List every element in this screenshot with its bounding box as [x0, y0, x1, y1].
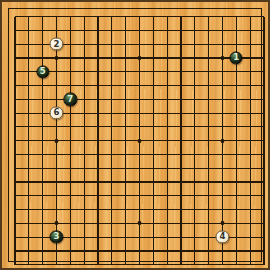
board-intersection[interactable]	[91, 230, 105, 244]
board-intersection[interactable]	[63, 148, 77, 162]
board-intersection[interactable]	[229, 10, 243, 24]
board-intersection[interactable]	[243, 134, 257, 148]
board-intersection[interactable]	[63, 37, 77, 51]
board-intersection[interactable]: 2	[50, 37, 64, 51]
board-intersection[interactable]	[77, 92, 91, 106]
board-intersection[interactable]	[36, 216, 50, 230]
board-intersection[interactable]	[8, 148, 22, 162]
board-intersection[interactable]	[229, 148, 243, 162]
board-intersection[interactable]	[174, 106, 188, 120]
board-intersection[interactable]	[229, 79, 243, 93]
board-intersection[interactable]	[160, 120, 174, 134]
board-intersection[interactable]	[50, 120, 64, 134]
board-intersection[interactable]	[133, 65, 147, 79]
board-intersection[interactable]	[77, 134, 91, 148]
board-intersection[interactable]	[77, 37, 91, 51]
board-intersection[interactable]	[22, 24, 36, 38]
board-intersection[interactable]	[146, 244, 160, 258]
board-intersection[interactable]	[160, 92, 174, 106]
board-intersection[interactable]	[174, 148, 188, 162]
board-intersection[interactable]	[36, 79, 50, 93]
board-intersection[interactable]	[188, 134, 202, 148]
board-intersection[interactable]	[8, 203, 22, 217]
board-intersection[interactable]	[160, 230, 174, 244]
board-intersection[interactable]	[50, 148, 64, 162]
board-intersection[interactable]	[229, 161, 243, 175]
board-intersection[interactable]	[174, 230, 188, 244]
board-intersection[interactable]	[119, 148, 133, 162]
board-intersection[interactable]	[160, 216, 174, 230]
board-intersection[interactable]	[257, 230, 270, 244]
board-intersection[interactable]	[202, 37, 216, 51]
board-intersection[interactable]	[119, 24, 133, 38]
board-intersection[interactable]	[146, 120, 160, 134]
board-intersection[interactable]	[243, 65, 257, 79]
board-intersection[interactable]	[36, 92, 50, 106]
board-intersection[interactable]	[257, 189, 270, 203]
board-intersection[interactable]	[202, 79, 216, 93]
board-intersection[interactable]	[22, 106, 36, 120]
board-intersection[interactable]	[174, 175, 188, 189]
board-intersection[interactable]	[257, 106, 270, 120]
board-intersection[interactable]	[105, 134, 119, 148]
board-intersection[interactable]	[105, 258, 119, 270]
board-intersection[interactable]	[50, 92, 64, 106]
star-point[interactable]	[50, 134, 64, 148]
board-intersection[interactable]	[77, 189, 91, 203]
board-intersection[interactable]	[50, 65, 64, 79]
board-intersection[interactable]	[188, 120, 202, 134]
board-intersection[interactable]	[202, 10, 216, 24]
board-intersection[interactable]	[63, 216, 77, 230]
board-intersection[interactable]	[133, 258, 147, 270]
board-intersection[interactable]	[119, 203, 133, 217]
board-intersection[interactable]	[63, 65, 77, 79]
board-intersection[interactable]	[146, 175, 160, 189]
board-intersection[interactable]	[174, 161, 188, 175]
board-intersection[interactable]	[133, 244, 147, 258]
board-intersection[interactable]	[63, 161, 77, 175]
star-point[interactable]	[216, 216, 230, 230]
board-intersection[interactable]	[50, 10, 64, 24]
board-intersection[interactable]	[160, 148, 174, 162]
board-intersection[interactable]	[174, 203, 188, 217]
board-intersection[interactable]	[63, 134, 77, 148]
board-intersection[interactable]	[91, 51, 105, 65]
board-intersection[interactable]	[229, 120, 243, 134]
board-intersection[interactable]	[77, 216, 91, 230]
board-intersection[interactable]	[243, 79, 257, 93]
board-intersection[interactable]	[188, 203, 202, 217]
board-intersection[interactable]	[36, 120, 50, 134]
board-intersection[interactable]	[257, 244, 270, 258]
board-intersection[interactable]	[77, 65, 91, 79]
board-intersection[interactable]	[202, 216, 216, 230]
board-intersection[interactable]	[188, 24, 202, 38]
board-intersection[interactable]	[133, 230, 147, 244]
board-intersection[interactable]: 1	[229, 51, 243, 65]
board-intersection[interactable]	[77, 120, 91, 134]
board-intersection[interactable]	[105, 148, 119, 162]
board-intersection[interactable]	[188, 230, 202, 244]
star-point[interactable]	[216, 51, 230, 65]
board-intersection[interactable]	[50, 258, 64, 270]
board-intersection[interactable]	[133, 24, 147, 38]
board-intersection[interactable]	[77, 203, 91, 217]
board-intersection[interactable]	[174, 65, 188, 79]
board-intersection[interactable]	[257, 134, 270, 148]
board-intersection[interactable]	[188, 189, 202, 203]
board-intersection[interactable]	[77, 10, 91, 24]
board-intersection[interactable]	[257, 148, 270, 162]
board-intersection[interactable]	[22, 51, 36, 65]
board-intersection[interactable]	[174, 189, 188, 203]
board-intersection[interactable]	[146, 216, 160, 230]
board-intersection[interactable]	[8, 161, 22, 175]
board-intersection[interactable]	[188, 148, 202, 162]
board-intersection[interactable]	[257, 175, 270, 189]
board-intersection[interactable]	[22, 244, 36, 258]
board-intersection[interactable]	[146, 24, 160, 38]
board-intersection[interactable]	[105, 106, 119, 120]
board-intersection[interactable]	[8, 51, 22, 65]
board-intersection[interactable]	[105, 161, 119, 175]
board-intersection[interactable]	[77, 175, 91, 189]
board-intersection[interactable]	[202, 120, 216, 134]
board-intersection[interactable]	[146, 189, 160, 203]
board-intersection[interactable]	[146, 134, 160, 148]
board-intersection[interactable]	[216, 203, 230, 217]
board-intersection[interactable]	[202, 258, 216, 270]
board-intersection[interactable]	[243, 120, 257, 134]
board-intersection[interactable]	[202, 203, 216, 217]
board-intersection[interactable]	[22, 79, 36, 93]
board-intersection[interactable]	[8, 244, 22, 258]
board-intersection[interactable]	[243, 148, 257, 162]
board-intersection[interactable]	[146, 92, 160, 106]
board-intersection[interactable]	[146, 258, 160, 270]
board-intersection[interactable]	[188, 258, 202, 270]
board-intersection[interactable]	[105, 216, 119, 230]
board-intersection[interactable]	[8, 175, 22, 189]
board-intersection[interactable]	[160, 65, 174, 79]
board-intersection[interactable]	[119, 65, 133, 79]
board-intersection[interactable]	[257, 10, 270, 24]
board-intersection[interactable]	[105, 92, 119, 106]
board-intersection[interactable]	[91, 244, 105, 258]
board-intersection[interactable]	[243, 258, 257, 270]
board-intersection[interactable]	[63, 244, 77, 258]
board-intersection[interactable]	[8, 92, 22, 106]
board-intersection[interactable]	[160, 51, 174, 65]
board-intersection[interactable]	[77, 244, 91, 258]
board-intersection[interactable]	[174, 24, 188, 38]
board-intersection[interactable]	[119, 79, 133, 93]
board-intersection[interactable]	[36, 244, 50, 258]
board-intersection[interactable]	[257, 216, 270, 230]
board-intersection[interactable]	[146, 37, 160, 51]
board-intersection[interactable]	[146, 148, 160, 162]
board-intersection[interactable]	[133, 10, 147, 24]
board-intersection[interactable]	[91, 37, 105, 51]
board-intersection[interactable]	[36, 230, 50, 244]
board-intersection[interactable]	[50, 203, 64, 217]
board-intersection[interactable]	[243, 24, 257, 38]
board-intersection[interactable]	[160, 106, 174, 120]
board-intersection[interactable]	[216, 79, 230, 93]
board-intersection[interactable]	[216, 37, 230, 51]
board-intersection[interactable]: 4	[216, 230, 230, 244]
board-intersection[interactable]	[133, 203, 147, 217]
board-intersection[interactable]	[229, 37, 243, 51]
board-intersection[interactable]: 7	[63, 92, 77, 106]
board-intersection[interactable]	[174, 37, 188, 51]
board-intersection[interactable]	[91, 161, 105, 175]
board-intersection[interactable]	[91, 134, 105, 148]
board-intersection[interactable]	[188, 92, 202, 106]
board-intersection[interactable]	[160, 258, 174, 270]
board-intersection[interactable]	[202, 189, 216, 203]
board-intersection[interactable]: 6	[50, 106, 64, 120]
board-intersection[interactable]	[63, 10, 77, 24]
board-intersection[interactable]	[77, 161, 91, 175]
board-intersection[interactable]	[174, 134, 188, 148]
board-intersection[interactable]	[77, 230, 91, 244]
board-intersection[interactable]	[50, 79, 64, 93]
board-intersection[interactable]	[257, 120, 270, 134]
board-intersection[interactable]	[105, 244, 119, 258]
board-intersection[interactable]	[63, 79, 77, 93]
board-intersection[interactable]	[36, 10, 50, 24]
board-intersection[interactable]	[77, 106, 91, 120]
board-intersection[interactable]	[22, 148, 36, 162]
board-intersection[interactable]	[146, 10, 160, 24]
board-intersection[interactable]	[77, 24, 91, 38]
board-intersection[interactable]	[257, 24, 270, 38]
board-intersection[interactable]	[174, 258, 188, 270]
board-intersection[interactable]	[8, 10, 22, 24]
board-intersection[interactable]	[188, 161, 202, 175]
board-intersection[interactable]	[119, 244, 133, 258]
board-intersection[interactable]	[22, 175, 36, 189]
board-intersection[interactable]	[133, 120, 147, 134]
board-intersection[interactable]	[63, 51, 77, 65]
board-intersection[interactable]	[243, 51, 257, 65]
board-intersection[interactable]	[257, 161, 270, 175]
board-intersection[interactable]	[133, 148, 147, 162]
board-intersection[interactable]	[133, 161, 147, 175]
board-intersection[interactable]	[229, 189, 243, 203]
board-intersection[interactable]	[229, 230, 243, 244]
board-intersection[interactable]	[160, 244, 174, 258]
board-intersection[interactable]	[174, 51, 188, 65]
board-intersection[interactable]	[216, 92, 230, 106]
board-intersection[interactable]	[22, 37, 36, 51]
board-intersection[interactable]	[63, 175, 77, 189]
board-intersection[interactable]	[257, 37, 270, 51]
board-intersection[interactable]	[119, 10, 133, 24]
board-intersection[interactable]	[8, 65, 22, 79]
board-intersection[interactable]	[91, 148, 105, 162]
board-intersection[interactable]	[160, 203, 174, 217]
board-intersection[interactable]	[202, 134, 216, 148]
board-intersection[interactable]	[77, 79, 91, 93]
board-intersection[interactable]	[188, 175, 202, 189]
board-intersection[interactable]	[257, 51, 270, 65]
board-intersection[interactable]	[50, 189, 64, 203]
board-intersection[interactable]	[216, 244, 230, 258]
board-intersection[interactable]	[146, 203, 160, 217]
board-intersection[interactable]	[105, 175, 119, 189]
board-intersection[interactable]	[105, 51, 119, 65]
board-intersection[interactable]	[8, 216, 22, 230]
board-intersection[interactable]	[133, 106, 147, 120]
board-intersection[interactable]	[8, 24, 22, 38]
board-intersection[interactable]	[216, 10, 230, 24]
board-intersection[interactable]	[22, 216, 36, 230]
board-intersection[interactable]	[22, 134, 36, 148]
board-intersection[interactable]	[77, 51, 91, 65]
board-intersection[interactable]	[63, 106, 77, 120]
board-intersection[interactable]	[119, 37, 133, 51]
board-intersection[interactable]	[174, 120, 188, 134]
board-intersection[interactable]	[8, 189, 22, 203]
board-intersection[interactable]	[8, 258, 22, 270]
board-intersection[interactable]	[36, 203, 50, 217]
star-point[interactable]	[133, 134, 147, 148]
board-intersection[interactable]	[229, 244, 243, 258]
board-intersection[interactable]	[119, 175, 133, 189]
board-intersection[interactable]	[91, 92, 105, 106]
board-intersection[interactable]	[105, 120, 119, 134]
board-intersection[interactable]	[146, 51, 160, 65]
board-intersection[interactable]	[91, 79, 105, 93]
board-intersection[interactable]	[119, 92, 133, 106]
board-intersection[interactable]	[63, 258, 77, 270]
board-intersection[interactable]	[202, 148, 216, 162]
board-intersection[interactable]	[8, 79, 22, 93]
board-intersection[interactable]	[105, 10, 119, 24]
board-intersection[interactable]	[146, 230, 160, 244]
board-intersection[interactable]	[36, 161, 50, 175]
board-intersection[interactable]	[243, 10, 257, 24]
board-intersection[interactable]	[174, 92, 188, 106]
board-intersection[interactable]	[133, 175, 147, 189]
board-intersection[interactable]	[216, 161, 230, 175]
board-intersection[interactable]	[229, 258, 243, 270]
board-intersection[interactable]	[160, 10, 174, 24]
board-intersection[interactable]	[8, 230, 22, 244]
board-intersection[interactable]	[202, 161, 216, 175]
board-intersection[interactable]	[91, 203, 105, 217]
board-intersection[interactable]	[174, 79, 188, 93]
board-intersection[interactable]	[36, 258, 50, 270]
board-intersection[interactable]	[119, 106, 133, 120]
board-intersection[interactable]	[22, 10, 36, 24]
board-intersection[interactable]	[63, 230, 77, 244]
board-intersection[interactable]	[105, 79, 119, 93]
board-intersection[interactable]	[188, 37, 202, 51]
board-intersection[interactable]	[243, 106, 257, 120]
board-intersection[interactable]	[63, 203, 77, 217]
board-intersection[interactable]	[50, 244, 64, 258]
board-intersection[interactable]	[36, 51, 50, 65]
board-intersection[interactable]	[50, 24, 64, 38]
board-intersection[interactable]	[91, 216, 105, 230]
board-intersection[interactable]	[36, 134, 50, 148]
board-intersection[interactable]	[119, 51, 133, 65]
board-intersection[interactable]	[188, 10, 202, 24]
board-intersection[interactable]	[119, 216, 133, 230]
board-intersection[interactable]	[91, 189, 105, 203]
board-intersection[interactable]	[257, 92, 270, 106]
board-intersection[interactable]	[22, 92, 36, 106]
board-intersection[interactable]	[243, 230, 257, 244]
board-intersection[interactable]	[119, 189, 133, 203]
star-point[interactable]	[216, 134, 230, 148]
board-intersection[interactable]	[36, 24, 50, 38]
star-point[interactable]	[133, 51, 147, 65]
board-intersection[interactable]	[202, 244, 216, 258]
board-intersection[interactable]	[146, 79, 160, 93]
board-intersection[interactable]	[243, 161, 257, 175]
board-intersection[interactable]	[105, 37, 119, 51]
board-intersection[interactable]	[202, 92, 216, 106]
board-intersection[interactable]	[188, 216, 202, 230]
board-intersection[interactable]	[257, 203, 270, 217]
board-intersection[interactable]	[133, 37, 147, 51]
board-intersection[interactable]	[8, 134, 22, 148]
star-point[interactable]	[133, 216, 147, 230]
board-intersection[interactable]	[8, 37, 22, 51]
board-intersection[interactable]	[36, 175, 50, 189]
board-intersection[interactable]	[22, 230, 36, 244]
board-intersection[interactable]	[105, 230, 119, 244]
board-intersection[interactable]	[105, 203, 119, 217]
board-intersection[interactable]	[91, 175, 105, 189]
star-point[interactable]	[50, 216, 64, 230]
board-intersection[interactable]	[133, 189, 147, 203]
board-intersection[interactable]	[216, 120, 230, 134]
board-intersection[interactable]	[160, 37, 174, 51]
board-intersection[interactable]	[229, 134, 243, 148]
board-intersection[interactable]	[133, 92, 147, 106]
board-intersection[interactable]	[216, 24, 230, 38]
board-intersection[interactable]	[36, 106, 50, 120]
board-intersection[interactable]	[22, 161, 36, 175]
board-intersection[interactable]	[22, 65, 36, 79]
board-intersection[interactable]	[77, 258, 91, 270]
board-intersection[interactable]	[8, 120, 22, 134]
board-intersection[interactable]	[216, 189, 230, 203]
board-intersection[interactable]	[36, 148, 50, 162]
board-intersection[interactable]	[119, 120, 133, 134]
board-intersection[interactable]	[8, 106, 22, 120]
board-intersection[interactable]	[202, 175, 216, 189]
board-intersection[interactable]	[188, 106, 202, 120]
board-intersection[interactable]	[105, 24, 119, 38]
board-intersection[interactable]	[174, 10, 188, 24]
board-intersection[interactable]	[243, 203, 257, 217]
board-intersection[interactable]	[243, 216, 257, 230]
board-intersection[interactable]	[188, 244, 202, 258]
board-intersection[interactable]	[229, 92, 243, 106]
board-intersection[interactable]	[91, 120, 105, 134]
board-intersection[interactable]	[216, 106, 230, 120]
board-intersection[interactable]	[216, 175, 230, 189]
board-intersection[interactable]	[50, 161, 64, 175]
board-intersection[interactable]	[243, 92, 257, 106]
